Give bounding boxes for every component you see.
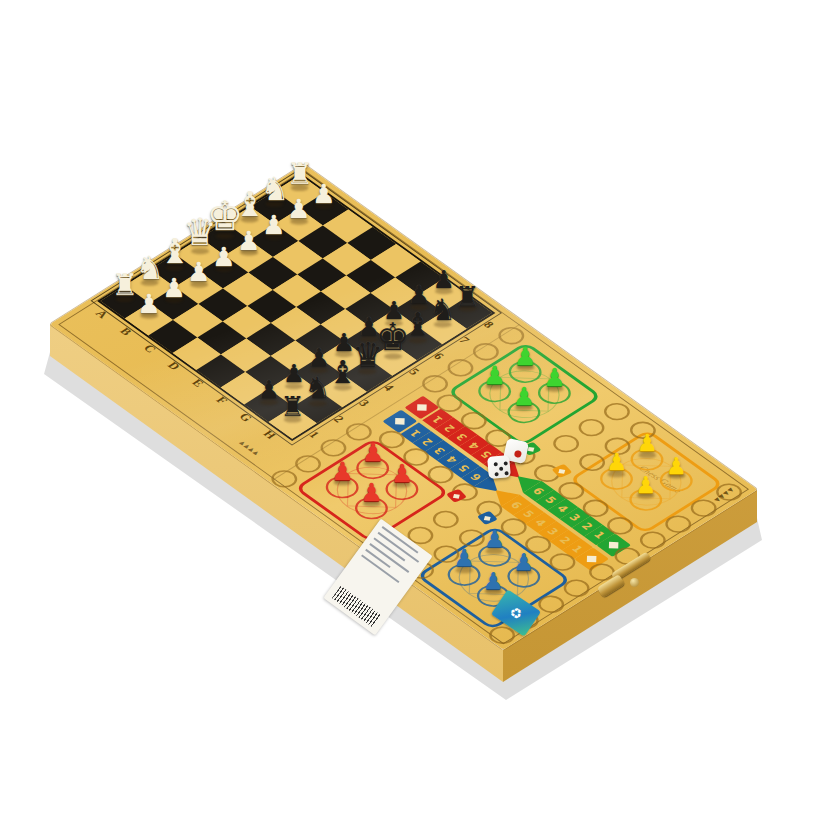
die-icon-diamond <box>528 446 535 451</box>
product-photo-scene: Chess Game 123456654321123456654321 ▲▲▲▲… <box>0 0 820 820</box>
file-label: A <box>92 308 112 321</box>
barcode <box>332 586 381 628</box>
file-label: B <box>116 325 135 338</box>
die-icon-diamond <box>559 469 566 474</box>
brass-clasp-icon <box>596 556 676 616</box>
clasp-catch <box>597 574 625 598</box>
start-diamond <box>395 418 405 425</box>
corner-marks: ▲▲▲▲ <box>238 439 262 456</box>
clasp-knob <box>630 578 639 587</box>
track-circle <box>548 431 585 456</box>
die-icon-diamond <box>453 493 460 498</box>
recycle-icon: ♻ <box>506 603 525 623</box>
file-label: C <box>140 342 160 355</box>
start-diamond <box>587 556 597 563</box>
track-circle <box>599 399 636 424</box>
file-label: F <box>212 394 231 406</box>
start-diamond <box>609 542 619 549</box>
track-circle <box>573 415 610 440</box>
file-label: E <box>188 377 207 390</box>
track-circle <box>417 371 454 396</box>
start-diamond <box>417 404 427 411</box>
die-icon-diamond <box>484 516 491 521</box>
track-circle <box>428 507 465 532</box>
file-label: D <box>164 360 184 373</box>
